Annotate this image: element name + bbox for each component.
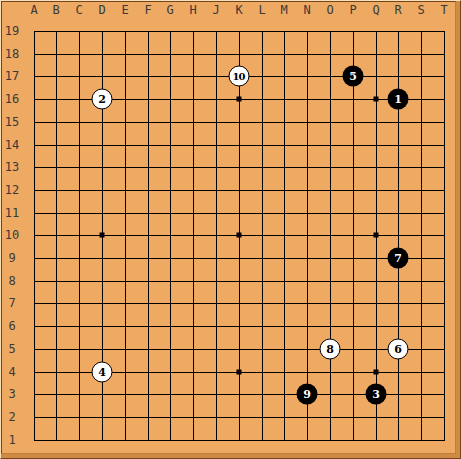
col-label-F: F: [144, 3, 151, 17]
grid-line-vertical: [330, 31, 331, 441]
grid-line-horizontal: [34, 122, 445, 123]
grid-line-horizontal: [34, 167, 445, 168]
col-label-E: E: [121, 3, 128, 17]
grid-line-vertical: [421, 31, 422, 441]
row-label-9: 9: [8, 251, 15, 265]
col-label-R: R: [394, 3, 401, 17]
col-label-J: J: [212, 3, 219, 17]
grid-line-vertical: [56, 31, 57, 441]
col-label-P: P: [349, 3, 356, 17]
star-point-K4: [237, 370, 242, 375]
grid-line-horizontal: [34, 326, 445, 327]
row-label-17: 17: [5, 69, 19, 83]
grid-line-horizontal: [34, 54, 445, 55]
col-label-K: K: [235, 3, 242, 17]
grid-line-horizontal: [34, 440, 445, 441]
grid-line-horizontal: [34, 258, 445, 259]
col-label-S: S: [417, 3, 424, 17]
row-label-5: 5: [8, 342, 15, 356]
star-point-D10: [100, 233, 105, 238]
row-label-2: 2: [8, 410, 15, 424]
row-label-7: 7: [8, 296, 15, 310]
grid-line-vertical: [148, 31, 149, 441]
stone-4-white-D4: 4: [92, 362, 113, 383]
star-point-K16: [237, 97, 242, 102]
row-label-12: 12: [5, 183, 19, 197]
col-label-N: N: [303, 3, 310, 17]
col-label-T: T: [440, 3, 447, 17]
grid-line-vertical: [216, 31, 217, 441]
col-label-B: B: [52, 3, 59, 17]
stone-8-white-O5: 8: [320, 339, 341, 360]
grid-line-horizontal: [34, 303, 445, 304]
grid-line-horizontal: [34, 281, 445, 282]
row-label-4: 4: [8, 365, 15, 379]
grid-line-vertical: [353, 31, 354, 441]
grid-line-horizontal: [34, 145, 445, 146]
stone-9-black-N3: 9: [297, 384, 318, 405]
stone-7-black-R9: 7: [388, 248, 409, 269]
row-label-13: 13: [5, 160, 19, 174]
star-point-Q10: [374, 233, 379, 238]
go-board-diagram: 12345678910ABCDEFGHJKLMNOPQRST1918171615…: [0, 0, 461, 459]
row-label-15: 15: [5, 115, 19, 129]
row-label-3: 3: [8, 387, 15, 401]
star-point-Q4: [374, 370, 379, 375]
grid-line-vertical: [79, 31, 80, 441]
stone-6-white-R5: 6: [388, 339, 409, 360]
board-layer: 12345678910ABCDEFGHJKLMNOPQRST1918171615…: [0, 0, 461, 459]
col-label-L: L: [258, 3, 265, 17]
grid-line-horizontal: [34, 417, 445, 418]
col-label-M: M: [280, 3, 287, 17]
col-label-O: O: [326, 3, 333, 17]
row-label-11: 11: [5, 206, 19, 220]
stone-5-black-P17: 5: [343, 66, 364, 87]
row-label-8: 8: [8, 274, 15, 288]
row-label-18: 18: [5, 47, 19, 61]
stone-2-white-D16: 2: [92, 89, 113, 110]
grid-line-vertical: [262, 31, 263, 441]
row-label-19: 19: [5, 24, 19, 38]
grid-line-horizontal: [34, 190, 445, 191]
grid-line-vertical: [125, 31, 126, 441]
star-point-K10: [237, 233, 242, 238]
grid-line-vertical: [170, 31, 171, 441]
grid-line-vertical: [34, 31, 35, 441]
row-label-14: 14: [5, 138, 19, 152]
grid-line-horizontal: [34, 31, 445, 32]
stone-3-black-Q3: 3: [366, 384, 387, 405]
col-label-Q: Q: [372, 3, 379, 17]
grid-line-vertical: [284, 31, 285, 441]
grid-line-vertical: [307, 31, 308, 441]
row-label-1: 1: [8, 433, 15, 447]
star-point-Q16: [374, 97, 379, 102]
grid-line-horizontal: [34, 349, 445, 350]
stone-10-white-K17: 10: [229, 66, 250, 87]
stone-1-black-R16: 1: [388, 89, 409, 110]
grid-line-vertical: [444, 31, 445, 441]
row-label-16: 16: [5, 92, 19, 106]
col-label-A: A: [30, 3, 37, 17]
row-label-10: 10: [5, 228, 19, 242]
grid-line-horizontal: [34, 213, 445, 214]
col-label-D: D: [98, 3, 105, 17]
col-label-G: G: [166, 3, 173, 17]
grid-line-vertical: [193, 31, 194, 441]
row-label-6: 6: [8, 319, 15, 333]
col-label-H: H: [189, 3, 196, 17]
col-label-C: C: [75, 3, 82, 17]
